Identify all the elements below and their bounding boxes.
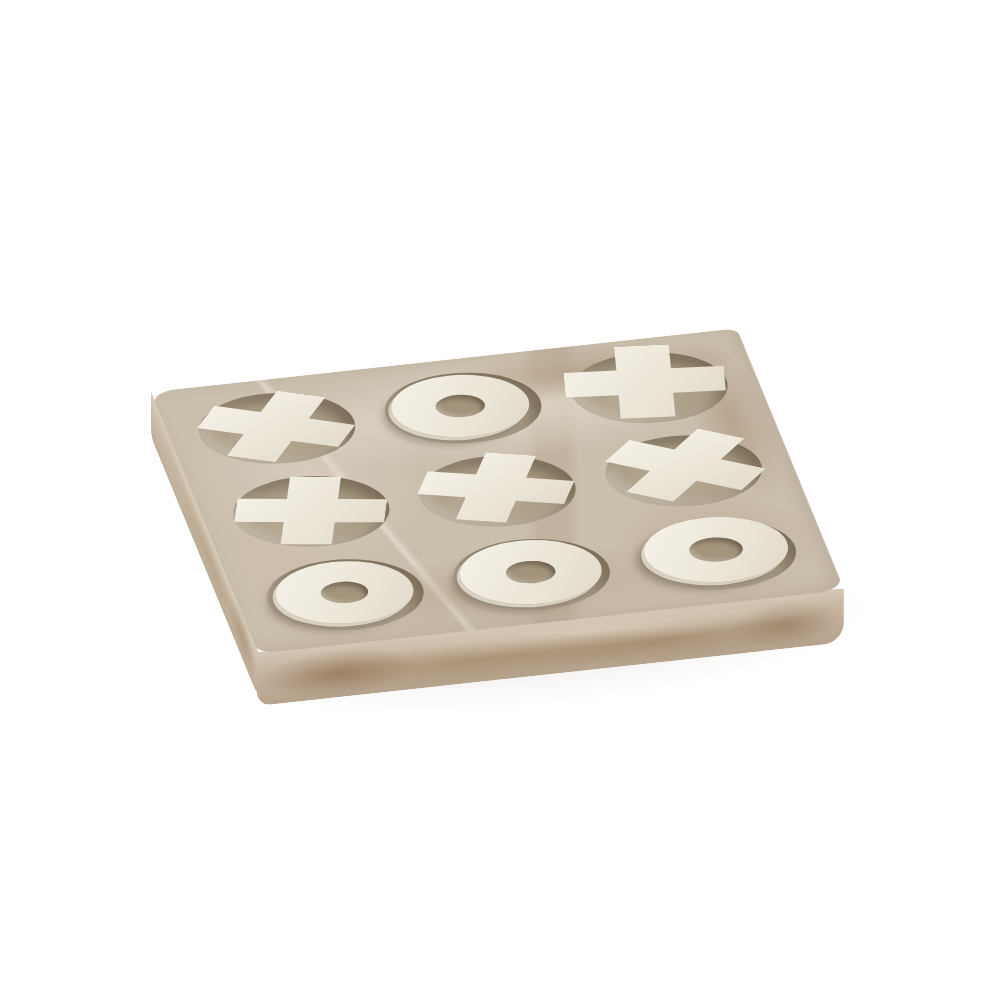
piece-o [448, 533, 613, 611]
piece-o-hole [431, 392, 489, 419]
cell-recess [558, 345, 740, 430]
piece-o [264, 555, 425, 630]
cell-recess [627, 511, 809, 596]
piece-o-hole [502, 559, 560, 586]
cell-recess [593, 428, 775, 513]
product-photo [0, 0, 1000, 1000]
cell-recess [186, 386, 368, 471]
cell-recess [254, 552, 436, 637]
piece-o-hole [685, 535, 747, 564]
cell-recess [441, 532, 623, 617]
cell-recess [220, 469, 402, 554]
piece-x [231, 476, 390, 544]
cell-recess [372, 365, 554, 450]
cell-recess [406, 448, 588, 533]
piece-o-hole [317, 579, 372, 605]
piece-o [380, 368, 541, 443]
piece-x [407, 449, 584, 526]
piece-x [180, 384, 372, 468]
piece-x [561, 342, 728, 421]
piece-o [632, 510, 800, 589]
